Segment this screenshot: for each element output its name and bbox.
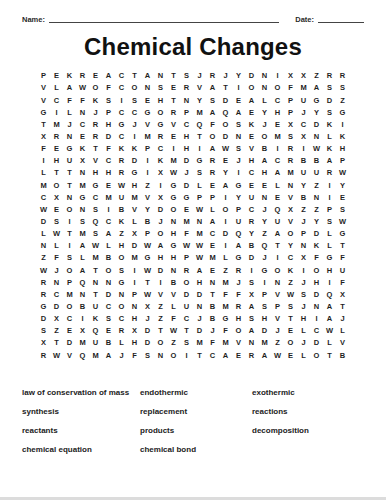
- grid-cell-r1c6[interactable]: A: [102, 70, 115, 82]
- grid-cell-r22c10[interactable]: T: [154, 325, 167, 337]
- grid-cell-r3c10[interactable]: H: [154, 94, 167, 106]
- grid-cell-r5c20[interactable]: X: [284, 119, 297, 131]
- grid-cell-r16c14[interactable]: M: [206, 252, 219, 264]
- grid-cell-r11c17[interactable]: U: [245, 191, 258, 203]
- grid-cell-r24c17[interactable]: R: [245, 349, 258, 361]
- grid-cell-r3c19[interactable]: C: [271, 94, 284, 106]
- grid-cell-r17c18[interactable]: G: [258, 264, 271, 276]
- grid-cell-r4c20[interactable]: P: [284, 106, 297, 118]
- grid-cell-r16c5[interactable]: M: [89, 252, 102, 264]
- grid-cell-r10c19[interactable]: L: [271, 179, 284, 191]
- grid-cell-r16c22[interactable]: F: [310, 252, 323, 264]
- grid-cell-r9c22[interactable]: U: [310, 167, 323, 179]
- grid-cell-r13c3[interactable]: I: [63, 216, 76, 228]
- grid-cell-r21c17[interactable]: S: [245, 313, 258, 325]
- grid-cell-r8c24[interactable]: P: [336, 155, 349, 167]
- grid-cell-r22c14[interactable]: J: [206, 325, 219, 337]
- grid-cell-r17c1[interactable]: W: [37, 264, 50, 276]
- grid-cell-r1c14[interactable]: R: [206, 70, 219, 82]
- grid-cell-r16c2[interactable]: F: [50, 252, 63, 264]
- grid-cell-r10c16[interactable]: G: [232, 179, 245, 191]
- grid-cell-r13c15[interactable]: I: [219, 216, 232, 228]
- grid-cell-r9c18[interactable]: H: [258, 167, 271, 179]
- grid-cell-r2c15[interactable]: T: [219, 82, 232, 94]
- grid-cell-r13c20[interactable]: V: [284, 216, 297, 228]
- grid-cell-r14c1[interactable]: L: [37, 228, 50, 240]
- grid-cell-r4c1[interactable]: G: [37, 106, 50, 118]
- grid-cell-r15c1[interactable]: N: [37, 240, 50, 252]
- grid-cell-r5c19[interactable]: E: [271, 119, 284, 131]
- grid-cell-r16c21[interactable]: X: [297, 252, 310, 264]
- grid-cell-r11c24[interactable]: E: [336, 191, 349, 203]
- grid-cell-r1c22[interactable]: Z: [310, 70, 323, 82]
- grid-cell-r2c7[interactable]: C: [115, 82, 128, 94]
- grid-cell-r1c15[interactable]: J: [219, 70, 232, 82]
- grid-cell-r23c16[interactable]: V: [232, 337, 245, 349]
- grid-cell-r4c12[interactable]: P: [180, 106, 193, 118]
- grid-cell-r18c15[interactable]: M: [219, 276, 232, 288]
- grid-cell-r12c10[interactable]: D: [154, 204, 167, 216]
- grid-cell-r6c19[interactable]: M: [271, 131, 284, 143]
- grid-cell-r2c17[interactable]: O: [245, 82, 258, 94]
- grid-cell-r1c21[interactable]: X: [297, 70, 310, 82]
- grid-cell-r8c20[interactable]: R: [284, 155, 297, 167]
- grid-cell-r20c23[interactable]: A: [323, 301, 336, 313]
- grid-cell-r11c19[interactable]: E: [271, 191, 284, 203]
- grid-cell-r24c6[interactable]: A: [102, 349, 115, 361]
- grid-cell-r22c8[interactable]: X: [128, 325, 141, 337]
- grid-cell-r19c4[interactable]: N: [76, 289, 89, 301]
- grid-cell-r14c22[interactable]: D: [310, 228, 323, 240]
- grid-cell-r21c15[interactable]: G: [219, 313, 232, 325]
- grid-cell-r3c13[interactable]: Y: [193, 94, 206, 106]
- grid-cell-r12c15[interactable]: O: [219, 204, 232, 216]
- grid-cell-r2c23[interactable]: S: [323, 82, 336, 94]
- grid-cell-r3c21[interactable]: U: [297, 94, 310, 106]
- grid-cell-r20c3[interactable]: O: [63, 301, 76, 313]
- grid-cell-r21c19[interactable]: V: [271, 313, 284, 325]
- grid-cell-r4c13[interactable]: M: [193, 106, 206, 118]
- grid-cell-r24c10[interactable]: N: [154, 349, 167, 361]
- grid-cell-r20c15[interactable]: M: [219, 301, 232, 313]
- grid-cell-r7c18[interactable]: B: [258, 143, 271, 155]
- grid-cell-r3c8[interactable]: S: [128, 94, 141, 106]
- grid-cell-r19c8[interactable]: P: [128, 289, 141, 301]
- grid-cell-r14c24[interactable]: G: [336, 228, 349, 240]
- grid-cell-r9c13[interactable]: S: [193, 167, 206, 179]
- grid-cell-r6c10[interactable]: R: [154, 131, 167, 143]
- grid-cell-r19c5[interactable]: T: [89, 289, 102, 301]
- grid-cell-r1c18[interactable]: N: [258, 70, 271, 82]
- grid-cell-r11c12[interactable]: G: [180, 191, 193, 203]
- grid-cell-r17c15[interactable]: Z: [219, 264, 232, 276]
- grid-cell-r14c6[interactable]: A: [102, 228, 115, 240]
- grid-cell-r17c4[interactable]: A: [76, 264, 89, 276]
- grid-cell-r21c9[interactable]: J: [141, 313, 154, 325]
- grid-cell-r11c16[interactable]: Y: [232, 191, 245, 203]
- grid-cell-r6c4[interactable]: E: [76, 131, 89, 143]
- grid-cell-r9c7[interactable]: R: [115, 167, 128, 179]
- grid-cell-r11c13[interactable]: P: [193, 191, 206, 203]
- grid-cell-r1c1[interactable]: P: [37, 70, 50, 82]
- grid-cell-r22c19[interactable]: J: [271, 325, 284, 337]
- grid-cell-r24c23[interactable]: T: [323, 349, 336, 361]
- grid-cell-r22c3[interactable]: E: [63, 325, 76, 337]
- grid-cell-r9c15[interactable]: Y: [219, 167, 232, 179]
- grid-cell-r8c4[interactable]: X: [76, 155, 89, 167]
- grid-cell-r2c10[interactable]: S: [154, 82, 167, 94]
- grid-cell-r12c4[interactable]: N: [76, 204, 89, 216]
- grid-cell-r1c16[interactable]: Y: [232, 70, 245, 82]
- grid-cell-r1c4[interactable]: R: [76, 70, 89, 82]
- grid-cell-r23c10[interactable]: O: [154, 337, 167, 349]
- grid-cell-r16c8[interactable]: M: [128, 252, 141, 264]
- grid-cell-r22c18[interactable]: D: [258, 325, 271, 337]
- grid-cell-r17c8[interactable]: I: [128, 264, 141, 276]
- grid-cell-r6c7[interactable]: C: [115, 131, 128, 143]
- grid-cell-r19c9[interactable]: W: [141, 289, 154, 301]
- grid-cell-r5c11[interactable]: V: [167, 119, 180, 131]
- grid-cell-r15c16[interactable]: A: [232, 240, 245, 252]
- grid-cell-r12c16[interactable]: P: [232, 204, 245, 216]
- grid-cell-r1c2[interactable]: E: [50, 70, 63, 82]
- grid-cell-r1c8[interactable]: T: [128, 70, 141, 82]
- grid-cell-r17c9[interactable]: W: [141, 264, 154, 276]
- grid-cell-r21c5[interactable]: K: [89, 313, 102, 325]
- grid-cell-r21c1[interactable]: D: [37, 313, 50, 325]
- grid-cell-r8c21[interactable]: B: [297, 155, 310, 167]
- grid-cell-r3c12[interactable]: N: [180, 94, 193, 106]
- grid-cell-r23c4[interactable]: M: [76, 337, 89, 349]
- grid-cell-r4c2[interactable]: I: [50, 106, 63, 118]
- grid-cell-r24c2[interactable]: W: [50, 349, 63, 361]
- grid-cell-r17c10[interactable]: D: [154, 264, 167, 276]
- grid-cell-r19c6[interactable]: D: [102, 289, 115, 301]
- grid-cell-r18c11[interactable]: B: [167, 276, 180, 288]
- grid-cell-r2c6[interactable]: F: [102, 82, 115, 94]
- grid-cell-r23c17[interactable]: N: [245, 337, 258, 349]
- grid-cell-r2c2[interactable]: L: [50, 82, 63, 94]
- grid-cell-r3c1[interactable]: V: [37, 94, 50, 106]
- grid-cell-r20c7[interactable]: O: [115, 301, 128, 313]
- grid-cell-r6c14[interactable]: O: [206, 131, 219, 143]
- grid-cell-r16c24[interactable]: F: [336, 252, 349, 264]
- grid-cell-r16c4[interactable]: L: [76, 252, 89, 264]
- grid-cell-r13c7[interactable]: K: [115, 216, 128, 228]
- grid-cell-r19c3[interactable]: M: [63, 289, 76, 301]
- grid-cell-r4c18[interactable]: Y: [258, 106, 271, 118]
- grid-cell-r20c22[interactable]: N: [310, 301, 323, 313]
- grid-cell-r7c5[interactable]: T: [89, 143, 102, 155]
- grid-cell-r3c9[interactable]: E: [141, 94, 154, 106]
- grid-cell-r4c10[interactable]: O: [154, 106, 167, 118]
- grid-cell-r9c8[interactable]: G: [128, 167, 141, 179]
- grid-cell-r15c6[interactable]: L: [102, 240, 115, 252]
- grid-cell-r11c7[interactable]: U: [115, 191, 128, 203]
- grid-cell-r4c21[interactable]: J: [297, 106, 310, 118]
- grid-cell-r23c20[interactable]: O: [284, 337, 297, 349]
- grid-cell-r10c3[interactable]: T: [63, 179, 76, 191]
- grid-cell-r24c9[interactable]: S: [141, 349, 154, 361]
- grid-cell-r20c11[interactable]: L: [167, 301, 180, 313]
- grid-cell-r6c3[interactable]: N: [63, 131, 76, 143]
- grid-cell-r3c3[interactable]: F: [63, 94, 76, 106]
- grid-cell-r22c1[interactable]: S: [37, 325, 50, 337]
- grid-cell-r15c22[interactable]: K: [310, 240, 323, 252]
- grid-cell-r8c19[interactable]: C: [271, 155, 284, 167]
- grid-cell-r4c4[interactable]: N: [76, 106, 89, 118]
- grid-cell-r23c22[interactable]: D: [310, 337, 323, 349]
- grid-cell-r14c11[interactable]: H: [167, 228, 180, 240]
- grid-cell-r3c18[interactable]: L: [258, 94, 271, 106]
- grid-cell-r3c14[interactable]: S: [206, 94, 219, 106]
- grid-cell-r5c23[interactable]: K: [323, 119, 336, 131]
- grid-cell-r5c8[interactable]: J: [128, 119, 141, 131]
- grid-cell-r23c9[interactable]: D: [141, 337, 154, 349]
- grid-cell-r8c17[interactable]: H: [245, 155, 258, 167]
- grid-cell-r6c16[interactable]: N: [232, 131, 245, 143]
- grid-cell-r18c19[interactable]: N: [271, 276, 284, 288]
- grid-cell-r7c13[interactable]: I: [193, 143, 206, 155]
- grid-cell-r18c22[interactable]: H: [310, 276, 323, 288]
- grid-cell-r3c23[interactable]: D: [323, 94, 336, 106]
- grid-cell-r6c1[interactable]: X: [37, 131, 50, 143]
- grid-cell-r8c2[interactable]: H: [50, 155, 63, 167]
- grid-cell-r9c2[interactable]: T: [50, 167, 63, 179]
- grid-cell-r11c6[interactable]: M: [102, 191, 115, 203]
- grid-cell-r4c23[interactable]: S: [323, 106, 336, 118]
- grid-cell-r15c15[interactable]: I: [219, 240, 232, 252]
- grid-cell-r5c5[interactable]: R: [89, 119, 102, 131]
- grid-cell-r5c18[interactable]: J: [258, 119, 271, 131]
- grid-cell-r17c12[interactable]: R: [180, 264, 193, 276]
- grid-cell-r24c7[interactable]: J: [115, 349, 128, 361]
- grid-cell-r10c18[interactable]: E: [258, 179, 271, 191]
- grid-cell-r21c4[interactable]: I: [76, 313, 89, 325]
- grid-cell-r12c22[interactable]: Z: [310, 204, 323, 216]
- grid-cell-r13c17[interactable]: R: [245, 216, 258, 228]
- grid-cell-r7c14[interactable]: A: [206, 143, 219, 155]
- grid-cell-r14c9[interactable]: P: [141, 228, 154, 240]
- grid-cell-r15c7[interactable]: H: [115, 240, 128, 252]
- grid-cell-r2c19[interactable]: O: [271, 82, 284, 94]
- grid-cell-r18c24[interactable]: F: [336, 276, 349, 288]
- grid-cell-r7c21[interactable]: I: [297, 143, 310, 155]
- grid-cell-r15c2[interactable]: L: [50, 240, 63, 252]
- grid-cell-r16c17[interactable]: D: [245, 252, 258, 264]
- grid-cell-r10c17[interactable]: E: [245, 179, 258, 191]
- grid-cell-r14c13[interactable]: M: [193, 228, 206, 240]
- grid-cell-r21c18[interactable]: H: [258, 313, 271, 325]
- grid-cell-r21c22[interactable]: I: [310, 313, 323, 325]
- grid-cell-r8c11[interactable]: M: [167, 155, 180, 167]
- grid-cell-r13c16[interactable]: U: [232, 216, 245, 228]
- grid-cell-r13c9[interactable]: B: [141, 216, 154, 228]
- grid-cell-r5c17[interactable]: K: [245, 119, 258, 131]
- grid-cell-r21c6[interactable]: S: [102, 313, 115, 325]
- grid-cell-r9c20[interactable]: M: [284, 167, 297, 179]
- grid-cell-r6c13[interactable]: T: [193, 131, 206, 143]
- grid-cell-r4c19[interactable]: H: [271, 106, 284, 118]
- grid-cell-r7c12[interactable]: H: [180, 143, 193, 155]
- grid-cell-r2c4[interactable]: W: [76, 82, 89, 94]
- grid-cell-r23c19[interactable]: Z: [271, 337, 284, 349]
- grid-cell-r10c14[interactable]: E: [206, 179, 219, 191]
- grid-cell-r8c8[interactable]: D: [128, 155, 141, 167]
- grid-cell-r13c14[interactable]: A: [206, 216, 219, 228]
- grid-cell-r14c15[interactable]: D: [219, 228, 232, 240]
- grid-cell-r18c9[interactable]: T: [141, 276, 154, 288]
- grid-cell-r9c19[interactable]: A: [271, 167, 284, 179]
- grid-cell-r5c14[interactable]: F: [206, 119, 219, 131]
- grid-cell-r7c2[interactable]: E: [50, 143, 63, 155]
- grid-cell-r10c2[interactable]: O: [50, 179, 63, 191]
- grid-cell-r9c12[interactable]: J: [180, 167, 193, 179]
- grid-cell-r8c23[interactable]: A: [323, 155, 336, 167]
- grid-cell-r10c11[interactable]: G: [167, 179, 180, 191]
- grid-cell-r10c5[interactable]: G: [89, 179, 102, 191]
- grid-cell-r21c12[interactable]: C: [180, 313, 193, 325]
- grid-cell-r24c13[interactable]: T: [193, 349, 206, 361]
- grid-cell-r1c24[interactable]: R: [336, 70, 349, 82]
- grid-cell-r12c24[interactable]: S: [336, 204, 349, 216]
- grid-cell-r16c11[interactable]: H: [167, 252, 180, 264]
- grid-cell-r19c1[interactable]: R: [37, 289, 50, 301]
- grid-cell-r9c3[interactable]: T: [63, 167, 76, 179]
- grid-cell-r18c5[interactable]: N: [89, 276, 102, 288]
- grid-cell-r3c20[interactable]: P: [284, 94, 297, 106]
- grid-cell-r7c11[interactable]: I: [167, 143, 180, 155]
- grid-cell-r16c19[interactable]: I: [271, 252, 284, 264]
- grid-cell-r23c18[interactable]: M: [258, 337, 271, 349]
- grid-cell-r15c24[interactable]: T: [336, 240, 349, 252]
- grid-cell-r7c4[interactable]: K: [76, 143, 89, 155]
- grid-cell-r1c7[interactable]: C: [115, 70, 128, 82]
- grid-cell-r2c9[interactable]: N: [141, 82, 154, 94]
- grid-cell-r20c14[interactable]: B: [206, 301, 219, 313]
- grid-cell-r7c20[interactable]: R: [284, 143, 297, 155]
- grid-cell-r21c3[interactable]: C: [63, 313, 76, 325]
- grid-cell-r17c24[interactable]: U: [336, 264, 349, 276]
- grid-cell-r14c14[interactable]: C: [206, 228, 219, 240]
- grid-cell-r16c23[interactable]: G: [323, 252, 336, 264]
- grid-cell-r15c11[interactable]: G: [167, 240, 180, 252]
- grid-cell-r12c3[interactable]: O: [63, 204, 76, 216]
- grid-cell-r16c16[interactable]: G: [232, 252, 245, 264]
- grid-cell-r4c7[interactable]: C: [115, 106, 128, 118]
- grid-cell-r18c2[interactable]: N: [50, 276, 63, 288]
- grid-cell-r4c6[interactable]: P: [102, 106, 115, 118]
- grid-cell-r3c17[interactable]: A: [245, 94, 258, 106]
- grid-cell-r21c11[interactable]: F: [167, 313, 180, 325]
- grid-cell-r13c2[interactable]: S: [50, 216, 63, 228]
- grid-cell-r22c23[interactable]: W: [323, 325, 336, 337]
- grid-cell-r12c1[interactable]: W: [37, 204, 50, 216]
- grid-cell-r23c5[interactable]: U: [89, 337, 102, 349]
- grid-cell-r19c11[interactable]: V: [167, 289, 180, 301]
- grid-cell-r17c21[interactable]: I: [297, 264, 310, 276]
- grid-cell-r24c15[interactable]: A: [219, 349, 232, 361]
- grid-cell-r24c12[interactable]: I: [180, 349, 193, 361]
- grid-cell-r14c21[interactable]: P: [297, 228, 310, 240]
- grid-cell-r13c22[interactable]: Y: [310, 216, 323, 228]
- grid-cell-r10c12[interactable]: D: [180, 179, 193, 191]
- grid-cell-r21c13[interactable]: J: [193, 313, 206, 325]
- grid-cell-r17c11[interactable]: N: [167, 264, 180, 276]
- grid-cell-r23c8[interactable]: H: [128, 337, 141, 349]
- grid-cell-r18c21[interactable]: J: [297, 276, 310, 288]
- grid-cell-r10c20[interactable]: N: [284, 179, 297, 191]
- grid-cell-r24c14[interactable]: C: [206, 349, 219, 361]
- grid-cell-r1c20[interactable]: X: [284, 70, 297, 82]
- grid-cell-r15c14[interactable]: E: [206, 240, 219, 252]
- grid-cell-r11c23[interactable]: I: [323, 191, 336, 203]
- grid-cell-r4c5[interactable]: J: [89, 106, 102, 118]
- grid-cell-r21c2[interactable]: X: [50, 313, 63, 325]
- grid-cell-r4c8[interactable]: C: [128, 106, 141, 118]
- grid-cell-r21c16[interactable]: H: [232, 313, 245, 325]
- grid-cell-r16c13[interactable]: W: [193, 252, 206, 264]
- grid-cell-r20c20[interactable]: S: [284, 301, 297, 313]
- grid-cell-r24c20[interactable]: E: [284, 349, 297, 361]
- grid-cell-r15c12[interactable]: W: [180, 240, 193, 252]
- grid-cell-r19c14[interactable]: T: [206, 289, 219, 301]
- grid-cell-r21c20[interactable]: T: [284, 313, 297, 325]
- grid-cell-r10c9[interactable]: Z: [141, 179, 154, 191]
- grid-cell-r2c13[interactable]: V: [193, 82, 206, 94]
- grid-cell-r15c23[interactable]: L: [323, 240, 336, 252]
- grid-cell-r12c13[interactable]: W: [193, 204, 206, 216]
- grid-cell-r6c12[interactable]: H: [180, 131, 193, 143]
- grid-cell-r6c15[interactable]: D: [219, 131, 232, 143]
- grid-cell-r23c24[interactable]: V: [336, 337, 349, 349]
- grid-cell-r15c13[interactable]: W: [193, 240, 206, 252]
- grid-cell-r4c16[interactable]: A: [232, 106, 245, 118]
- grid-cell-r9c23[interactable]: R: [323, 167, 336, 179]
- grid-cell-r13c12[interactable]: M: [180, 216, 193, 228]
- grid-cell-r12c20[interactable]: X: [284, 204, 297, 216]
- grid-cell-r16c6[interactable]: B: [102, 252, 115, 264]
- grid-cell-r2c21[interactable]: M: [297, 82, 310, 94]
- grid-cell-r20c4[interactable]: B: [76, 301, 89, 313]
- grid-cell-r18c7[interactable]: G: [115, 276, 128, 288]
- grid-cell-r19c24[interactable]: X: [336, 289, 349, 301]
- grid-cell-r1c13[interactable]: J: [193, 70, 206, 82]
- grid-cell-r9c5[interactable]: H: [89, 167, 102, 179]
- grid-cell-r8c10[interactable]: K: [154, 155, 167, 167]
- grid-cell-r14c10[interactable]: O: [154, 228, 167, 240]
- grid-cell-r5c15[interactable]: O: [219, 119, 232, 131]
- grid-cell-r10c10[interactable]: I: [154, 179, 167, 191]
- grid-cell-r2c14[interactable]: A: [206, 82, 219, 94]
- grid-cell-r2c16[interactable]: I: [232, 82, 245, 94]
- grid-cell-r9c17[interactable]: C: [245, 167, 258, 179]
- grid-cell-r10c13[interactable]: L: [193, 179, 206, 191]
- grid-cell-r8c13[interactable]: G: [193, 155, 206, 167]
- grid-cell-r12c23[interactable]: P: [323, 204, 336, 216]
- grid-cell-r20c5[interactable]: U: [89, 301, 102, 313]
- grid-cell-r15c3[interactable]: I: [63, 240, 76, 252]
- grid-cell-r14c5[interactable]: S: [89, 228, 102, 240]
- grid-cell-r13c4[interactable]: S: [76, 216, 89, 228]
- grid-cell-r18c6[interactable]: N: [102, 276, 115, 288]
- grid-cell-r23c3[interactable]: D: [63, 337, 76, 349]
- grid-cell-r11c5[interactable]: C: [89, 191, 102, 203]
- grid-cell-r17c23[interactable]: H: [323, 264, 336, 276]
- grid-cell-r11c18[interactable]: N: [258, 191, 271, 203]
- grid-cell-r6c22[interactable]: N: [310, 131, 323, 143]
- grid-cell-r1c11[interactable]: T: [167, 70, 180, 82]
